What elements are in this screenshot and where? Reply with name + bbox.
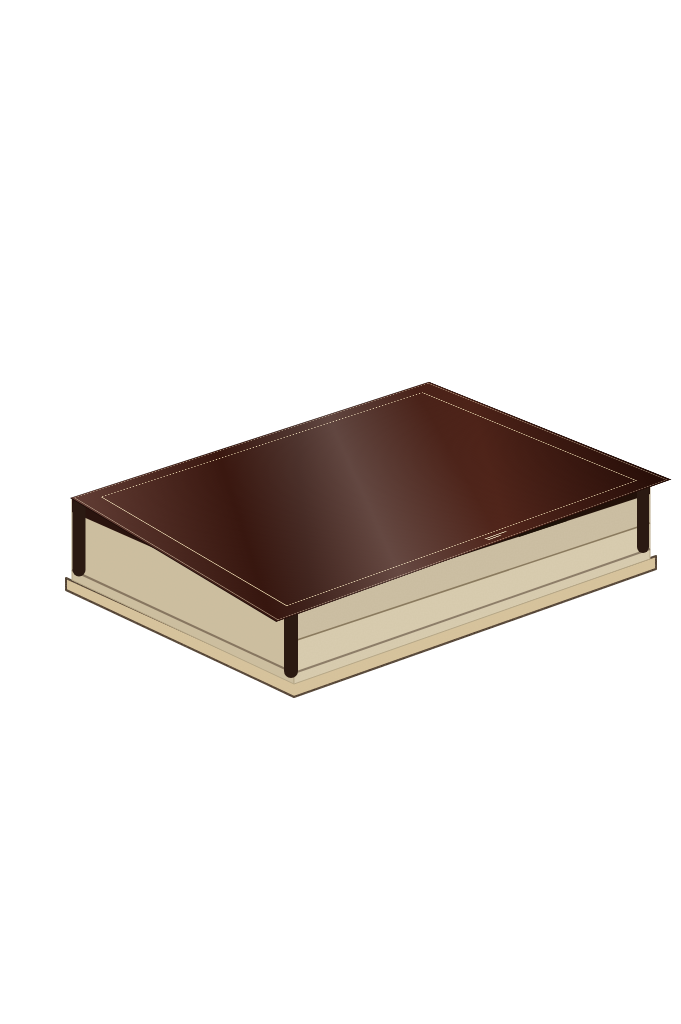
product-photo [0,0,681,1024]
